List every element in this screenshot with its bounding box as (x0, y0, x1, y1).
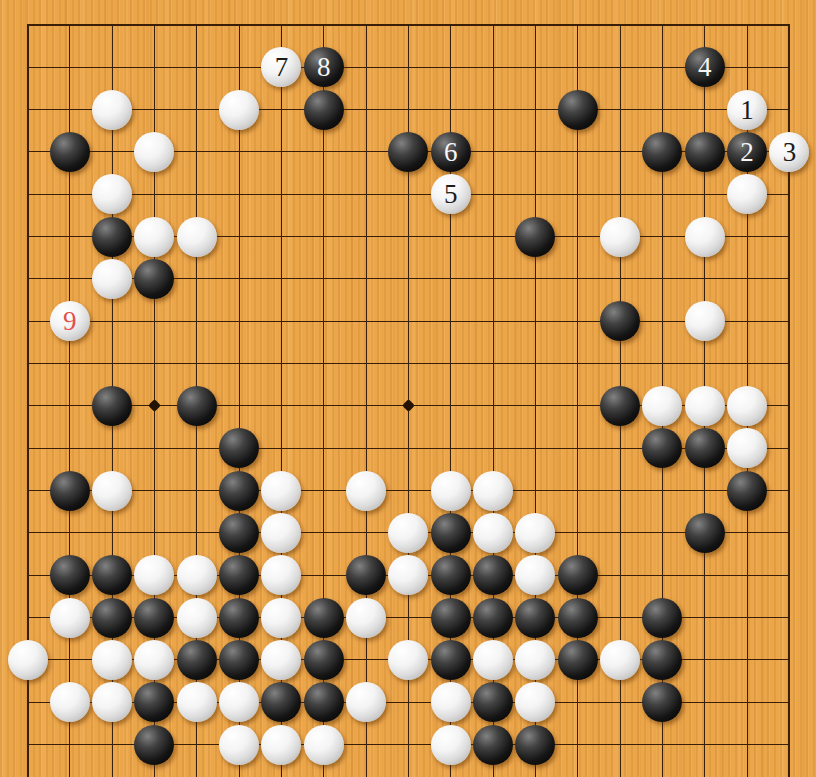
stone-black[interactable] (431, 555, 471, 595)
stone-white[interactable] (92, 90, 132, 130)
stone-white[interactable] (304, 725, 344, 765)
stone-white[interactable] (134, 640, 174, 680)
stone-black[interactable] (219, 471, 259, 511)
stone-white[interactable] (346, 598, 386, 638)
stone-white[interactable]: 9 (50, 301, 90, 341)
stone-white[interactable] (727, 428, 767, 468)
stone-black[interactable] (219, 555, 259, 595)
stone-black[interactable] (473, 598, 513, 638)
stone-white[interactable]: 5 (431, 174, 471, 214)
stone-black[interactable] (304, 640, 344, 680)
move-number-label: 3 (783, 132, 797, 172)
stone-white[interactable] (515, 682, 555, 722)
stone-white[interactable] (134, 217, 174, 257)
stone-black[interactable] (134, 725, 174, 765)
stone-white[interactable] (346, 682, 386, 722)
stone-black[interactable] (134, 259, 174, 299)
stone-white[interactable] (685, 386, 725, 426)
stone-black[interactable]: 4 (685, 47, 725, 87)
stone-black[interactable] (642, 682, 682, 722)
stone-white[interactable] (92, 259, 132, 299)
stone-white[interactable] (261, 513, 301, 553)
stone-white[interactable] (261, 555, 301, 595)
stone-black[interactable] (685, 513, 725, 553)
stone-black[interactable] (431, 513, 471, 553)
stone-white[interactable] (261, 598, 301, 638)
stone-black[interactable] (642, 640, 682, 680)
stone-white[interactable] (92, 682, 132, 722)
stone-white[interactable] (261, 725, 301, 765)
stone-white[interactable] (515, 513, 555, 553)
stone-white[interactable] (431, 725, 471, 765)
stone-black[interactable] (177, 386, 217, 426)
stone-black[interactable] (515, 217, 555, 257)
stone-white[interactable] (92, 174, 132, 214)
stone-white[interactable] (600, 640, 640, 680)
stone-white[interactable] (431, 682, 471, 722)
stone-black[interactable] (50, 471, 90, 511)
move-number-label: 5 (444, 174, 458, 214)
stone-black[interactable] (304, 90, 344, 130)
stone-white[interactable] (600, 217, 640, 257)
stone-black[interactable] (50, 555, 90, 595)
stone-black[interactable] (92, 598, 132, 638)
stone-white[interactable] (727, 174, 767, 214)
stone-black[interactable] (177, 640, 217, 680)
stone-black[interactable] (558, 640, 598, 680)
stone-black[interactable] (134, 598, 174, 638)
stone-black[interactable]: 8 (304, 47, 344, 87)
stone-white[interactable] (134, 132, 174, 172)
stone-white[interactable] (685, 301, 725, 341)
stone-black[interactable] (600, 386, 640, 426)
stone-white[interactable] (177, 555, 217, 595)
move-number-label: 9 (63, 301, 77, 341)
stone-black[interactable] (219, 513, 259, 553)
stone-black[interactable] (558, 555, 598, 595)
stone-white[interactable] (388, 513, 428, 553)
stone-white[interactable] (473, 640, 513, 680)
stone-white[interactable] (473, 471, 513, 511)
stone-black[interactable] (92, 386, 132, 426)
go-board-viewport: 784162359 (0, 0, 816, 777)
stone-white[interactable] (388, 555, 428, 595)
stone-white[interactable] (50, 598, 90, 638)
stone-black[interactable] (431, 598, 471, 638)
stone-white[interactable] (346, 471, 386, 511)
move-number-label: 4 (698, 47, 712, 87)
stone-black[interactable] (642, 428, 682, 468)
stone-white[interactable] (642, 386, 682, 426)
stone-black[interactable] (431, 640, 471, 680)
stone-black[interactable] (304, 682, 344, 722)
stone-black[interactable] (92, 555, 132, 595)
stone-white[interactable] (388, 640, 428, 680)
grid-line-vertical (366, 25, 367, 777)
stone-black[interactable] (346, 555, 386, 595)
move-number-label: 2 (740, 132, 754, 172)
stone-white[interactable] (515, 555, 555, 595)
stone-black[interactable] (261, 682, 301, 722)
stone-black[interactable] (642, 598, 682, 638)
stone-black[interactable] (473, 555, 513, 595)
stone-black[interactable]: 2 (727, 132, 767, 172)
stone-black[interactable] (473, 682, 513, 722)
stone-black[interactable] (473, 725, 513, 765)
stone-black[interactable] (92, 217, 132, 257)
stone-black[interactable] (219, 640, 259, 680)
stone-white[interactable] (177, 682, 217, 722)
stone-black[interactable] (219, 428, 259, 468)
stone-white[interactable] (219, 725, 259, 765)
stone-black[interactable] (219, 598, 259, 638)
stone-black[interactable] (388, 132, 428, 172)
stone-white[interactable] (134, 555, 174, 595)
stone-black[interactable] (600, 301, 640, 341)
star-point (148, 400, 161, 413)
stone-white[interactable] (177, 598, 217, 638)
move-number-label: 7 (275, 47, 289, 87)
stone-black[interactable] (515, 725, 555, 765)
stone-black[interactable] (50, 132, 90, 172)
stone-white[interactable] (177, 217, 217, 257)
move-number-label: 1 (740, 90, 754, 130)
stone-white[interactable] (261, 640, 301, 680)
stone-black[interactable] (558, 90, 598, 130)
stone-white[interactable] (727, 386, 767, 426)
stone-white[interactable] (261, 471, 301, 511)
stone-black[interactable] (304, 598, 344, 638)
stone-white[interactable] (219, 90, 259, 130)
stone-white[interactable] (50, 682, 90, 722)
stone-white[interactable]: 3 (769, 132, 809, 172)
move-number-label: 6 (444, 132, 458, 172)
stone-black[interactable] (134, 682, 174, 722)
stone-white[interactable]: 1 (727, 90, 767, 130)
star-point (402, 400, 415, 413)
stone-black[interactable]: 6 (431, 132, 471, 172)
stone-white[interactable] (431, 471, 471, 511)
stone-black[interactable] (558, 598, 598, 638)
stone-white[interactable] (219, 682, 259, 722)
stone-white[interactable] (515, 640, 555, 680)
grid-line-horizontal (27, 490, 791, 491)
stone-black[interactable] (727, 471, 767, 511)
stone-white[interactable]: 7 (261, 47, 301, 87)
stone-white[interactable] (8, 640, 48, 680)
move-number-label: 8 (317, 47, 331, 87)
stone-white[interactable] (92, 471, 132, 511)
stone-white[interactable] (685, 217, 725, 257)
stone-white[interactable] (92, 640, 132, 680)
go-board[interactable]: 784162359 (0, 0, 816, 777)
stone-black[interactable] (515, 598, 555, 638)
stone-black[interactable] (642, 132, 682, 172)
stone-black[interactable] (685, 132, 725, 172)
stone-black[interactable] (685, 428, 725, 468)
stone-white[interactable] (473, 513, 513, 553)
